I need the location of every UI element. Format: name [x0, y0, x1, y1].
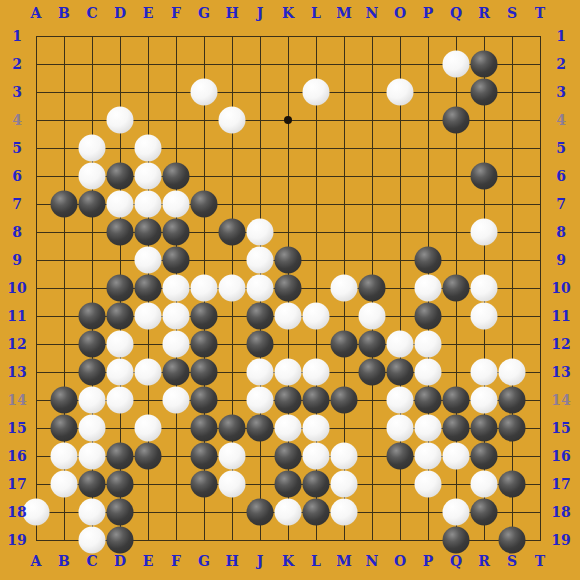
stone-black-P11[interactable]: [415, 303, 442, 330]
row-label-left-14: 14: [7, 392, 26, 408]
row-label-right-13: 13: [551, 364, 570, 380]
row-label-left-19: 19: [7, 532, 26, 548]
stone-black-H8[interactable]: [219, 219, 246, 246]
stone-white-O3[interactable]: [387, 79, 414, 106]
stone-black-D17[interactable]: [107, 471, 134, 498]
stone-white-O12[interactable]: [387, 331, 414, 358]
stone-white-F10[interactable]: [163, 275, 190, 302]
stone-black-M14[interactable]: [331, 387, 358, 414]
stone-black-M12[interactable]: [331, 331, 358, 358]
stone-black-O16[interactable]: [387, 443, 414, 470]
row-label-right-3: 3: [556, 84, 566, 100]
stone-black-N12[interactable]: [359, 331, 386, 358]
stone-black-K16[interactable]: [275, 443, 302, 470]
stone-black-G11[interactable]: [191, 303, 218, 330]
col-label-top-O: O: [394, 5, 406, 21]
col-label-top-F: F: [171, 5, 181, 21]
col-label-bottom-H: H: [225, 553, 238, 569]
stone-black-Q14[interactable]: [443, 387, 470, 414]
stone-white-E5[interactable]: [135, 135, 162, 162]
col-label-bottom-F: F: [171, 553, 181, 569]
stone-black-C11[interactable]: [79, 303, 106, 330]
stone-black-S14[interactable]: [499, 387, 526, 414]
row-label-right-11: 11: [551, 308, 570, 324]
stone-white-D7[interactable]: [107, 191, 134, 218]
stone-white-C19[interactable]: [79, 527, 106, 554]
col-label-top-L: L: [311, 5, 321, 21]
stone-black-R18[interactable]: [471, 499, 498, 526]
col-label-top-B: B: [58, 5, 70, 21]
stone-black-R3[interactable]: [471, 79, 498, 106]
stone-black-E16[interactable]: [135, 443, 162, 470]
stone-black-D16[interactable]: [107, 443, 134, 470]
col-label-top-E: E: [143, 5, 154, 21]
col-label-bottom-M: M: [336, 553, 352, 569]
row-label-left-16: 16: [7, 448, 26, 464]
stone-white-P17[interactable]: [415, 471, 442, 498]
stone-white-R14[interactable]: [471, 387, 498, 414]
col-label-bottom-T: T: [535, 553, 545, 569]
stone-white-F12[interactable]: [163, 331, 190, 358]
stone-white-J14[interactable]: [247, 387, 274, 414]
stone-white-L11[interactable]: [303, 303, 330, 330]
stone-white-F14[interactable]: [163, 387, 190, 414]
stone-white-B17[interactable]: [51, 471, 78, 498]
col-label-bottom-P: P: [423, 553, 434, 569]
row-label-right-12: 12: [551, 336, 570, 352]
stone-black-J15[interactable]: [247, 415, 274, 442]
stone-black-G17[interactable]: [191, 471, 218, 498]
stone-white-E11[interactable]: [135, 303, 162, 330]
row-label-right-15: 15: [551, 420, 570, 436]
row-label-right-9: 9: [556, 252, 566, 268]
stone-white-M18[interactable]: [331, 499, 358, 526]
stone-black-N10[interactable]: [359, 275, 386, 302]
col-label-top-G: G: [198, 5, 210, 21]
stone-white-P15[interactable]: [415, 415, 442, 442]
stone-black-K14[interactable]: [275, 387, 302, 414]
col-label-bottom-K: K: [282, 553, 294, 569]
row-label-left-15: 15: [7, 420, 26, 436]
stone-black-C7[interactable]: [79, 191, 106, 218]
stone-white-P16[interactable]: [415, 443, 442, 470]
stone-black-F13[interactable]: [163, 359, 190, 386]
stone-black-L18[interactable]: [303, 499, 330, 526]
stone-black-D8[interactable]: [107, 219, 134, 246]
stone-black-L17[interactable]: [303, 471, 330, 498]
stone-black-F6[interactable]: [163, 163, 190, 190]
row-label-right-5: 5: [556, 140, 566, 156]
stone-white-C5[interactable]: [79, 135, 106, 162]
stone-white-L16[interactable]: [303, 443, 330, 470]
stone-black-R2[interactable]: [471, 51, 498, 78]
col-label-bottom-G: G: [198, 553, 210, 569]
stone-black-C13[interactable]: [79, 359, 106, 386]
stone-white-D12[interactable]: [107, 331, 134, 358]
stone-black-K9[interactable]: [275, 247, 302, 274]
row-label-right-18: 18: [551, 504, 570, 520]
stone-white-H17[interactable]: [219, 471, 246, 498]
col-label-top-R: R: [478, 5, 490, 21]
col-label-bottom-Q: Q: [450, 553, 462, 569]
stone-black-S19[interactable]: [499, 527, 526, 554]
col-label-top-T: T: [535, 5, 545, 21]
stone-white-L13[interactable]: [303, 359, 330, 386]
stone-black-K17[interactable]: [275, 471, 302, 498]
col-label-top-P: P: [423, 5, 434, 21]
stone-white-O15[interactable]: [387, 415, 414, 442]
star-point-K4: [284, 116, 292, 124]
stone-black-D10[interactable]: [107, 275, 134, 302]
stone-black-S17[interactable]: [499, 471, 526, 498]
stone-black-B15[interactable]: [51, 415, 78, 442]
stone-black-Q19[interactable]: [443, 527, 470, 554]
stone-black-F9[interactable]: [163, 247, 190, 274]
stone-black-G16[interactable]: [191, 443, 218, 470]
stone-black-G14[interactable]: [191, 387, 218, 414]
stone-white-D4[interactable]: [107, 107, 134, 134]
stone-white-E9[interactable]: [135, 247, 162, 274]
stone-black-Q4[interactable]: [443, 107, 470, 134]
stone-black-D18[interactable]: [107, 499, 134, 526]
col-label-bottom-O: O: [394, 553, 406, 569]
stone-white-J10[interactable]: [247, 275, 274, 302]
stone-black-G15[interactable]: [191, 415, 218, 442]
stone-black-P14[interactable]: [415, 387, 442, 414]
stone-white-R11[interactable]: [471, 303, 498, 330]
row-label-left-8: 8: [12, 224, 22, 240]
stone-white-R17[interactable]: [471, 471, 498, 498]
stone-white-F11[interactable]: [163, 303, 190, 330]
stone-white-Q18[interactable]: [443, 499, 470, 526]
row-label-left-9: 9: [12, 252, 22, 268]
stone-white-C14[interactable]: [79, 387, 106, 414]
col-label-bottom-E: E: [143, 553, 154, 569]
stone-black-D19[interactable]: [107, 527, 134, 554]
row-label-right-6: 6: [556, 168, 566, 184]
stone-black-E10[interactable]: [135, 275, 162, 302]
stone-white-M10[interactable]: [331, 275, 358, 302]
stone-white-H16[interactable]: [219, 443, 246, 470]
stone-black-G12[interactable]: [191, 331, 218, 358]
stone-white-D13[interactable]: [107, 359, 134, 386]
stone-black-C12[interactable]: [79, 331, 106, 358]
stone-white-R10[interactable]: [471, 275, 498, 302]
stone-white-J9[interactable]: [247, 247, 274, 274]
stone-white-M16[interactable]: [331, 443, 358, 470]
stone-white-H4[interactable]: [219, 107, 246, 134]
stone-white-E13[interactable]: [135, 359, 162, 386]
stone-white-L15[interactable]: [303, 415, 330, 442]
row-label-right-8: 8: [556, 224, 566, 240]
stone-black-J12[interactable]: [247, 331, 274, 358]
stone-white-C16[interactable]: [79, 443, 106, 470]
col-label-top-M: M: [336, 5, 352, 21]
col-label-bottom-D: D: [114, 553, 126, 569]
stone-black-H15[interactable]: [219, 415, 246, 442]
col-label-top-D: D: [114, 5, 126, 21]
col-label-bottom-C: C: [86, 553, 97, 569]
stone-white-K18[interactable]: [275, 499, 302, 526]
row-label-right-14: 14: [551, 392, 570, 408]
stone-black-Q15[interactable]: [443, 415, 470, 442]
stone-black-B7[interactable]: [51, 191, 78, 218]
row-label-left-18: 18: [7, 504, 26, 520]
row-label-left-5: 5: [12, 140, 22, 156]
stone-black-J18[interactable]: [247, 499, 274, 526]
stone-white-H10[interactable]: [219, 275, 246, 302]
stone-white-S13[interactable]: [499, 359, 526, 386]
col-label-top-J: J: [257, 5, 264, 21]
col-label-top-N: N: [366, 5, 379, 21]
col-label-top-K: K: [282, 5, 294, 21]
go-board-screenshot: AABBCCDDEEFFGGHHJJKKLLMMNNOOPPQQRRSSTT11…: [0, 0, 580, 580]
stone-white-E7[interactable]: [135, 191, 162, 218]
stone-white-Q2[interactable]: [443, 51, 470, 78]
row-label-right-17: 17: [551, 476, 570, 492]
stone-black-S15[interactable]: [499, 415, 526, 442]
stone-white-P13[interactable]: [415, 359, 442, 386]
row-label-right-16: 16: [551, 448, 570, 464]
col-label-bottom-L: L: [311, 553, 321, 569]
stone-white-R13[interactable]: [471, 359, 498, 386]
stone-black-R15[interactable]: [471, 415, 498, 442]
stone-black-Q10[interactable]: [443, 275, 470, 302]
row-label-left-10: 10: [7, 280, 26, 296]
stone-white-C15[interactable]: [79, 415, 106, 442]
stone-black-G13[interactable]: [191, 359, 218, 386]
stone-black-C17[interactable]: [79, 471, 106, 498]
stone-white-G10[interactable]: [191, 275, 218, 302]
row-label-left-17: 17: [7, 476, 26, 492]
stone-black-F8[interactable]: [163, 219, 190, 246]
col-label-top-Q: Q: [450, 5, 462, 21]
col-label-top-A: A: [31, 5, 42, 21]
stone-white-Q16[interactable]: [443, 443, 470, 470]
row-label-left-1: 1: [12, 28, 22, 44]
stone-black-R16[interactable]: [471, 443, 498, 470]
stone-black-J11[interactable]: [247, 303, 274, 330]
stone-black-N13[interactable]: [359, 359, 386, 386]
stone-white-K11[interactable]: [275, 303, 302, 330]
stone-white-L3[interactable]: [303, 79, 330, 106]
stone-white-E15[interactable]: [135, 415, 162, 442]
stone-black-G7[interactable]: [191, 191, 218, 218]
row-label-left-2: 2: [12, 56, 22, 72]
stone-white-P10[interactable]: [415, 275, 442, 302]
stone-white-E6[interactable]: [135, 163, 162, 190]
stone-white-P12[interactable]: [415, 331, 442, 358]
stone-white-M17[interactable]: [331, 471, 358, 498]
stone-black-L14[interactable]: [303, 387, 330, 414]
stone-white-D14[interactable]: [107, 387, 134, 414]
stone-white-F7[interactable]: [163, 191, 190, 218]
stone-black-R6[interactable]: [471, 163, 498, 190]
row-label-right-1: 1: [556, 28, 566, 44]
col-label-top-C: C: [86, 5, 97, 21]
stone-white-C18[interactable]: [79, 499, 106, 526]
stone-white-R8[interactable]: [471, 219, 498, 246]
stone-black-O13[interactable]: [387, 359, 414, 386]
row-label-left-4: 4: [12, 112, 22, 128]
row-label-right-10: 10: [551, 280, 570, 296]
stone-black-B14[interactable]: [51, 387, 78, 414]
row-label-left-11: 11: [7, 308, 26, 324]
col-label-bottom-B: B: [58, 553, 70, 569]
row-label-right-2: 2: [556, 56, 566, 72]
stone-white-K13[interactable]: [275, 359, 302, 386]
stone-black-E8[interactable]: [135, 219, 162, 246]
stone-black-D11[interactable]: [107, 303, 134, 330]
stone-white-J13[interactable]: [247, 359, 274, 386]
col-label-bottom-R: R: [478, 553, 490, 569]
row-label-left-6: 6: [12, 168, 22, 184]
stone-white-J8[interactable]: [247, 219, 274, 246]
row-label-left-7: 7: [12, 196, 22, 212]
row-label-left-3: 3: [12, 84, 22, 100]
stone-black-K10[interactable]: [275, 275, 302, 302]
stone-white-K15[interactable]: [275, 415, 302, 442]
stone-white-O14[interactable]: [387, 387, 414, 414]
row-label-right-7: 7: [556, 196, 566, 212]
stone-white-B16[interactable]: [51, 443, 78, 470]
col-label-bottom-N: N: [366, 553, 379, 569]
stone-white-G3[interactable]: [191, 79, 218, 106]
col-label-bottom-J: J: [257, 553, 264, 569]
col-label-top-S: S: [507, 5, 517, 21]
stone-black-D6[interactable]: [107, 163, 134, 190]
row-label-right-4: 4: [556, 112, 566, 128]
col-label-bottom-S: S: [507, 553, 517, 569]
col-label-top-H: H: [225, 5, 238, 21]
row-label-left-12: 12: [7, 336, 26, 352]
stone-white-N11[interactable]: [359, 303, 386, 330]
stone-white-C6[interactable]: [79, 163, 106, 190]
col-label-bottom-A: A: [31, 553, 42, 569]
row-label-right-19: 19: [551, 532, 570, 548]
row-label-left-13: 13: [7, 364, 26, 380]
stone-black-P9[interactable]: [415, 247, 442, 274]
